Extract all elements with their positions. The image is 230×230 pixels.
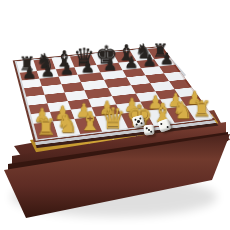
die-pip: [160, 123, 163, 126]
piece-white-knight: ♞: [56, 112, 78, 137]
square-b1: ♞: [53, 119, 80, 137]
die-pip: [150, 131, 152, 133]
piece-black-pawn: ♟: [60, 61, 75, 77]
piece-black-pawn: ♟: [159, 51, 173, 67]
piece-black-pawn: ♟: [142, 53, 156, 69]
piece-white-knight: ♞: [173, 99, 194, 123]
die: [143, 124, 154, 135]
piece-white-bishop: ♝: [78, 109, 101, 135]
square-b7: ♟: [37, 69, 58, 78]
square-c1: ♝: [74, 117, 102, 135]
die-pip: [140, 122, 143, 125]
square-a1: ♜: [34, 122, 58, 140]
piece-white-rook: ♜: [193, 98, 212, 120]
piece-black-pawn: ♟: [124, 55, 138, 71]
square-h7: ♟: [154, 58, 175, 67]
piece-black-pawn: ♟: [81, 59, 96, 75]
piece-black-pawn: ♟: [103, 57, 118, 73]
square-a7: ♟: [20, 71, 40, 80]
piece-black-pawn: ♟: [41, 63, 56, 80]
die-pip: [166, 125, 169, 128]
product-photo-chess-game-box: ♜♞♝♛♚♝♞♜♟♟♟♟♟♟♟♟♟♟♟♟♟♟♟♟♜♞♝♛♚♝♞♜: [0, 0, 230, 230]
square-g7: ♟: [137, 59, 159, 68]
piece-black-pawn: ♟: [22, 65, 37, 82]
die-pip: [135, 123, 138, 126]
piece-white-rook: ♜: [36, 116, 56, 139]
piece-white-queen: ♛: [101, 104, 127, 133]
square-f5: [127, 75, 151, 85]
